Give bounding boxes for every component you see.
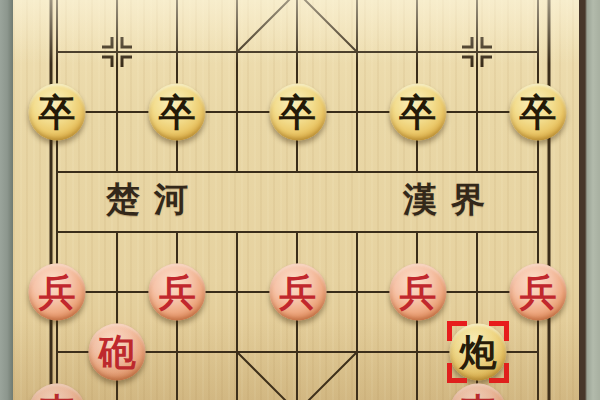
- piece-black-pawn[interactable]: 卒: [29, 84, 86, 141]
- piece-glyph: 砲: [99, 324, 136, 381]
- piece-black-pawn[interactable]: 卒: [269, 84, 326, 141]
- piece-glyph: 炮: [459, 324, 496, 381]
- xiangqi-board-screen: 楚河 漢界 卒卒卒卒卒兵兵兵兵兵砲炮車車: [0, 0, 600, 400]
- piece-red-pawn[interactable]: 兵: [149, 264, 206, 321]
- piece-glyph: 兵: [520, 264, 557, 321]
- piece-glyph: 卒: [279, 84, 316, 141]
- piece-glyph: 卒: [159, 84, 196, 141]
- river-label-chu-he: 楚河: [106, 183, 202, 217]
- piece-black-pawn[interactable]: 卒: [510, 84, 567, 141]
- piece-glyph: 兵: [39, 264, 76, 321]
- piece-red-pawn[interactable]: 兵: [389, 264, 446, 321]
- river-label-han-jie: 漢界: [403, 183, 499, 217]
- piece-glyph: 兵: [159, 264, 196, 321]
- piece-black-pawn[interactable]: 卒: [389, 84, 446, 141]
- piece-glyph: 車: [39, 384, 76, 400]
- piece-glyph: 卒: [39, 84, 76, 141]
- piece-red-pawn[interactable]: 兵: [269, 264, 326, 321]
- piece-red-pawn[interactable]: 兵: [29, 264, 86, 321]
- piece-black-cannon[interactable]: 炮: [449, 324, 506, 381]
- piece-glyph: 兵: [399, 264, 436, 321]
- piece-glyph: 車: [459, 384, 496, 400]
- left-edge-strip: [0, 0, 13, 400]
- piece-glyph: 卒: [399, 84, 436, 141]
- piece-red-cannon[interactable]: 砲: [89, 324, 146, 381]
- piece-glyph: 卒: [520, 84, 557, 141]
- piece-glyph: 兵: [279, 264, 316, 321]
- piece-red-pawn[interactable]: 兵: [510, 264, 567, 321]
- right-edge-strip: [579, 0, 600, 400]
- piece-black-pawn[interactable]: 卒: [149, 84, 206, 141]
